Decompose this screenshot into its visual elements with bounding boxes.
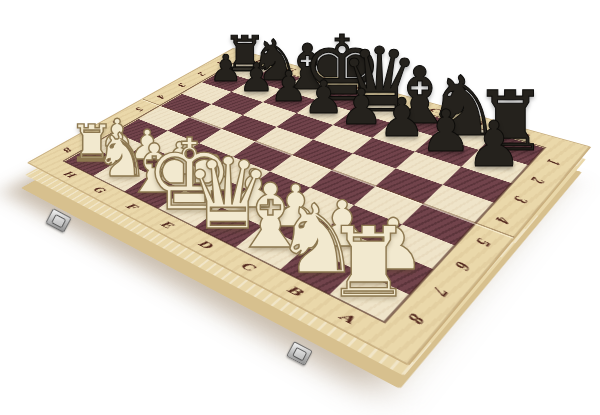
rank-number: 4 [155,94,169,100]
rank-number: 5 [133,106,147,112]
rank-number: 8 [405,310,431,326]
rank-number: 7 [429,283,454,297]
metal-clasp-front [286,341,313,366]
rank-number: 7 [86,132,100,139]
rank-number: 5 [473,236,497,248]
rank-number: 6 [110,118,124,125]
rank-number: 3 [176,82,190,88]
rank-number: 3 [510,194,532,204]
rank-number: 1 [544,157,565,166]
clasp-hook-icon [51,214,66,228]
rank-number: 6 [452,259,476,272]
rank-number: 1 [215,61,228,66]
rank-number: 2 [196,71,209,76]
clasp-hook-icon [292,347,307,361]
rank-number: 4 [492,214,515,225]
chess-set-photo: HGFEDCBA1122334455667788HGFEDCBA ♜♞♟♝♟♚♟… [0,0,600,415]
rank-number: 8 [61,146,75,153]
rank-number: 2 [528,175,550,185]
